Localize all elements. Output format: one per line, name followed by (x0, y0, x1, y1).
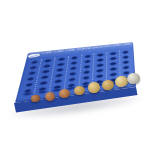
coin-slot (70, 61, 78, 66)
coin-slot (40, 75, 49, 80)
coin-slot (43, 64, 52, 69)
coin-slot (97, 58, 105, 62)
coin-slot (84, 54, 92, 58)
coin-slot (57, 57, 65, 61)
column-label-1cent: 1 CENT (41, 51, 54, 56)
coin-slot (56, 68, 64, 73)
column-label-10cent: 10 CENT (76, 47, 88, 51)
column-label-2euro: 2 EURO (121, 43, 132, 47)
coin-slot (54, 78, 63, 83)
coin-slot (122, 65, 130, 70)
column-label-20cent: 20 CENT (88, 46, 99, 50)
coin-slot (96, 63, 104, 68)
coin-slot (55, 73, 64, 78)
column-label-50cent: 50 CENT (99, 45, 110, 49)
coin-slot (68, 77, 76, 82)
coin-2euro (126, 72, 140, 85)
coin-tray-photo: 1 CENT 2 CENT 5 CENT 10 CENT 20 CENT 50 … (0, 0, 160, 160)
coin-slot (71, 56, 79, 60)
coin-slot (27, 71, 36, 76)
coin-slot (97, 53, 104, 57)
coin-slot (44, 59, 52, 63)
coin-slot (69, 71, 77, 76)
coin-slot (83, 64, 91, 69)
coin-slot (69, 66, 77, 71)
coin-slot (109, 72, 117, 77)
coin-slot (109, 56, 116, 60)
coin-slot (82, 70, 90, 75)
coin-slot (56, 62, 64, 67)
coin-slot (122, 55, 129, 59)
coin-slot (83, 59, 91, 63)
coin-slot (109, 67, 117, 72)
coin-slot (96, 68, 104, 73)
coin-slot (109, 52, 116, 56)
column-label-2cent: 2 CENT (53, 50, 65, 55)
coin-slot (122, 50, 129, 54)
column-label-1euro: 1 EURO (110, 44, 121, 48)
coin-slot (122, 60, 129, 64)
coin-slot (29, 65, 38, 70)
coin-slot (26, 76, 35, 81)
coin-slot (24, 82, 33, 87)
coin-slot (109, 61, 116, 66)
coin-slot (82, 75, 90, 80)
coin-slot (30, 60, 39, 65)
coin-slot (96, 73, 104, 78)
coin-slot (42, 69, 51, 74)
coin-slot (39, 80, 48, 85)
column-label-5cent: 5 CENT (65, 48, 77, 52)
